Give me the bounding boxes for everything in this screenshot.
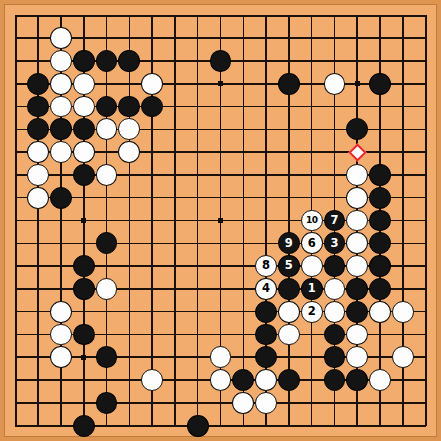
intersection[interactable] — [369, 50, 392, 73]
intersection[interactable]: 7 — [323, 209, 346, 232]
intersection[interactable] — [141, 141, 164, 164]
intersection[interactable] — [118, 391, 141, 414]
intersection[interactable] — [232, 164, 255, 187]
intersection[interactable] — [414, 209, 437, 232]
intersection[interactable]: 8 — [255, 255, 278, 278]
intersection[interactable] — [414, 164, 437, 187]
intersection[interactable] — [95, 95, 118, 118]
intersection[interactable] — [414, 323, 437, 346]
intersection[interactable] — [391, 118, 414, 141]
intersection[interactable] — [255, 4, 278, 27]
intersection[interactable] — [141, 72, 164, 95]
intersection[interactable] — [323, 346, 346, 369]
intersection[interactable] — [72, 277, 95, 300]
intersection[interactable] — [186, 369, 209, 392]
intersection[interactable] — [4, 27, 27, 50]
intersection[interactable] — [186, 232, 209, 255]
intersection[interactable] — [50, 186, 73, 209]
intersection[interactable] — [209, 186, 232, 209]
intersection[interactable] — [277, 95, 300, 118]
intersection[interactable] — [391, 164, 414, 187]
intersection[interactable] — [186, 141, 209, 164]
intersection[interactable] — [346, 209, 369, 232]
intersection[interactable] — [391, 4, 414, 27]
intersection[interactable] — [391, 391, 414, 414]
go-board[interactable]: 10796385412 — [0, 0, 441, 441]
intersection[interactable] — [118, 95, 141, 118]
intersection[interactable] — [118, 277, 141, 300]
intersection[interactable] — [72, 346, 95, 369]
intersection[interactable] — [277, 50, 300, 73]
intersection[interactable] — [118, 118, 141, 141]
intersection[interactable] — [369, 232, 392, 255]
intersection[interactable] — [72, 141, 95, 164]
intersection[interactable] — [27, 346, 50, 369]
intersection[interactable] — [95, 300, 118, 323]
intersection[interactable] — [4, 186, 27, 209]
intersection[interactable] — [255, 369, 278, 392]
intersection[interactable] — [323, 414, 346, 437]
intersection[interactable] — [414, 369, 437, 392]
intersection[interactable] — [300, 72, 323, 95]
intersection[interactable] — [414, 232, 437, 255]
intersection[interactable] — [209, 300, 232, 323]
intersection[interactable] — [232, 118, 255, 141]
intersection[interactable] — [50, 232, 73, 255]
intersection[interactable] — [277, 4, 300, 27]
intersection[interactable] — [277, 141, 300, 164]
intersection[interactable] — [141, 300, 164, 323]
intersection[interactable] — [118, 141, 141, 164]
intersection[interactable] — [50, 27, 73, 50]
intersection[interactable] — [414, 277, 437, 300]
intersection[interactable] — [27, 118, 50, 141]
intersection[interactable] — [209, 4, 232, 27]
intersection[interactable] — [141, 95, 164, 118]
intersection[interactable] — [186, 255, 209, 278]
intersection[interactable] — [50, 50, 73, 73]
intersection[interactable] — [391, 27, 414, 50]
intersection[interactable] — [50, 95, 73, 118]
intersection[interactable] — [300, 346, 323, 369]
intersection[interactable] — [27, 27, 50, 50]
intersection[interactable] — [50, 209, 73, 232]
intersection[interactable] — [391, 232, 414, 255]
intersection[interactable] — [323, 4, 346, 27]
intersection[interactable] — [300, 369, 323, 392]
intersection[interactable] — [50, 255, 73, 278]
intersection[interactable] — [346, 27, 369, 50]
intersection[interactable] — [323, 300, 346, 323]
intersection[interactable] — [346, 414, 369, 437]
intersection[interactable] — [369, 4, 392, 27]
intersection[interactable] — [27, 369, 50, 392]
intersection[interactable] — [141, 50, 164, 73]
intersection[interactable] — [72, 323, 95, 346]
intersection[interactable] — [141, 414, 164, 437]
intersection[interactable] — [72, 255, 95, 278]
intersection[interactable] — [27, 186, 50, 209]
intersection[interactable] — [141, 323, 164, 346]
intersection[interactable] — [50, 141, 73, 164]
intersection[interactable] — [4, 72, 27, 95]
intersection[interactable] — [72, 164, 95, 187]
intersection[interactable] — [323, 186, 346, 209]
intersection[interactable] — [95, 414, 118, 437]
intersection[interactable] — [277, 414, 300, 437]
intersection[interactable] — [118, 186, 141, 209]
intersection[interactable] — [141, 232, 164, 255]
intersection[interactable] — [277, 300, 300, 323]
intersection[interactable] — [4, 323, 27, 346]
intersection[interactable] — [118, 164, 141, 187]
intersection[interactable] — [4, 391, 27, 414]
intersection[interactable] — [186, 118, 209, 141]
intersection[interactable] — [346, 186, 369, 209]
intersection[interactable] — [232, 300, 255, 323]
intersection[interactable] — [323, 50, 346, 73]
intersection[interactable] — [4, 209, 27, 232]
intersection[interactable] — [346, 164, 369, 187]
intersection[interactable] — [232, 209, 255, 232]
intersection[interactable] — [95, 141, 118, 164]
intersection[interactable] — [95, 118, 118, 141]
intersection[interactable] — [27, 300, 50, 323]
intersection[interactable] — [346, 346, 369, 369]
intersection[interactable] — [186, 27, 209, 50]
intersection[interactable] — [4, 369, 27, 392]
intersection[interactable] — [414, 118, 437, 141]
intersection[interactable] — [346, 50, 369, 73]
intersection[interactable] — [118, 27, 141, 50]
intersection[interactable] — [346, 4, 369, 27]
intersection[interactable] — [323, 118, 346, 141]
intersection[interactable] — [4, 255, 27, 278]
intersection[interactable] — [391, 209, 414, 232]
intersection[interactable] — [255, 186, 278, 209]
intersection[interactable] — [255, 141, 278, 164]
intersection[interactable] — [255, 27, 278, 50]
intersection[interactable] — [391, 323, 414, 346]
intersection[interactable] — [118, 369, 141, 392]
intersection[interactable] — [391, 346, 414, 369]
intersection[interactable] — [141, 391, 164, 414]
intersection[interactable] — [369, 391, 392, 414]
intersection[interactable] — [118, 72, 141, 95]
intersection[interactable] — [4, 164, 27, 187]
intersection[interactable] — [300, 255, 323, 278]
intersection[interactable] — [186, 414, 209, 437]
intersection[interactable] — [255, 50, 278, 73]
intersection[interactable] — [164, 300, 187, 323]
intersection[interactable] — [27, 72, 50, 95]
intersection[interactable] — [414, 300, 437, 323]
intersection[interactable] — [391, 50, 414, 73]
intersection[interactable] — [95, 369, 118, 392]
intersection[interactable] — [323, 95, 346, 118]
intersection[interactable] — [369, 255, 392, 278]
intersection[interactable] — [323, 72, 346, 95]
intersection[interactable]: 4 — [255, 277, 278, 300]
intersection[interactable] — [141, 209, 164, 232]
intersection[interactable] — [255, 346, 278, 369]
intersection[interactable] — [164, 50, 187, 73]
intersection[interactable] — [346, 95, 369, 118]
intersection[interactable] — [391, 277, 414, 300]
intersection[interactable] — [95, 277, 118, 300]
intersection[interactable] — [4, 346, 27, 369]
intersection[interactable] — [95, 27, 118, 50]
intersection[interactable] — [391, 414, 414, 437]
intersection[interactable] — [209, 72, 232, 95]
intersection[interactable] — [232, 4, 255, 27]
intersection[interactable] — [4, 232, 27, 255]
intersection[interactable] — [255, 118, 278, 141]
intersection[interactable] — [369, 209, 392, 232]
intersection[interactable] — [27, 255, 50, 278]
intersection[interactable] — [186, 300, 209, 323]
intersection[interactable] — [164, 369, 187, 392]
intersection[interactable] — [95, 346, 118, 369]
intersection[interactable] — [50, 414, 73, 437]
intersection[interactable] — [186, 209, 209, 232]
intersection[interactable] — [27, 95, 50, 118]
intersection[interactable] — [414, 50, 437, 73]
intersection[interactable] — [232, 186, 255, 209]
intersection[interactable] — [277, 209, 300, 232]
intersection[interactable] — [209, 369, 232, 392]
intersection[interactable] — [369, 277, 392, 300]
intersection[interactable] — [277, 391, 300, 414]
intersection[interactable]: 9 — [277, 232, 300, 255]
intersection[interactable] — [141, 346, 164, 369]
intersection[interactable] — [232, 95, 255, 118]
intersection[interactable] — [414, 414, 437, 437]
intersection[interactable] — [186, 72, 209, 95]
intersection[interactable] — [300, 391, 323, 414]
intersection[interactable] — [72, 72, 95, 95]
intersection[interactable] — [141, 277, 164, 300]
intersection[interactable] — [369, 346, 392, 369]
intersection[interactable] — [141, 255, 164, 278]
intersection[interactable] — [391, 141, 414, 164]
intersection[interactable] — [209, 95, 232, 118]
intersection[interactable] — [414, 95, 437, 118]
intersection[interactable] — [209, 141, 232, 164]
intersection[interactable] — [4, 118, 27, 141]
intersection[interactable] — [255, 300, 278, 323]
intersection[interactable] — [72, 300, 95, 323]
intersection[interactable] — [4, 50, 27, 73]
intersection[interactable] — [232, 232, 255, 255]
intersection[interactable] — [95, 255, 118, 278]
intersection[interactable] — [232, 277, 255, 300]
intersection[interactable] — [72, 232, 95, 255]
intersection[interactable] — [391, 369, 414, 392]
intersection[interactable] — [255, 164, 278, 187]
intersection[interactable] — [346, 141, 369, 164]
intersection[interactable] — [369, 141, 392, 164]
intersection[interactable] — [232, 27, 255, 50]
intersection[interactable] — [209, 118, 232, 141]
intersection[interactable] — [164, 95, 187, 118]
intersection[interactable] — [141, 369, 164, 392]
intersection[interactable] — [300, 414, 323, 437]
intersection[interactable] — [118, 323, 141, 346]
intersection[interactable] — [164, 72, 187, 95]
intersection[interactable] — [164, 277, 187, 300]
intersection[interactable] — [141, 164, 164, 187]
intersection[interactable] — [27, 209, 50, 232]
intersection[interactable] — [72, 50, 95, 73]
intersection[interactable] — [118, 255, 141, 278]
intersection[interactable] — [50, 277, 73, 300]
intersection[interactable] — [27, 141, 50, 164]
intersection[interactable] — [369, 369, 392, 392]
intersection[interactable] — [72, 4, 95, 27]
intersection[interactable] — [50, 346, 73, 369]
intersection[interactable] — [346, 232, 369, 255]
intersection[interactable] — [186, 4, 209, 27]
intersection[interactable] — [323, 141, 346, 164]
intersection[interactable] — [391, 300, 414, 323]
intersection[interactable] — [346, 323, 369, 346]
intersection[interactable] — [369, 118, 392, 141]
intersection[interactable] — [255, 414, 278, 437]
intersection[interactable] — [300, 141, 323, 164]
intersection[interactable] — [186, 164, 209, 187]
intersection[interactable] — [277, 186, 300, 209]
intersection[interactable] — [72, 118, 95, 141]
intersection[interactable] — [141, 4, 164, 27]
intersection[interactable] — [277, 118, 300, 141]
intersection[interactable] — [232, 369, 255, 392]
intersection[interactable] — [72, 27, 95, 50]
intersection[interactable] — [50, 72, 73, 95]
intersection[interactable] — [27, 277, 50, 300]
intersection[interactable] — [50, 369, 73, 392]
intersection[interactable] — [369, 72, 392, 95]
intersection[interactable] — [141, 186, 164, 209]
intersection[interactable] — [164, 391, 187, 414]
intersection[interactable]: 1 — [300, 277, 323, 300]
intersection[interactable] — [323, 391, 346, 414]
intersection[interactable] — [209, 346, 232, 369]
go-board-grid[interactable]: 10796385412 — [4, 4, 437, 437]
intersection[interactable] — [323, 277, 346, 300]
intersection[interactable] — [369, 164, 392, 187]
intersection[interactable] — [277, 323, 300, 346]
intersection[interactable] — [277, 27, 300, 50]
intersection[interactable] — [164, 232, 187, 255]
intersection[interactable] — [4, 4, 27, 27]
intersection[interactable] — [141, 27, 164, 50]
intersection[interactable] — [118, 232, 141, 255]
intersection[interactable] — [300, 323, 323, 346]
intersection[interactable] — [277, 164, 300, 187]
intersection[interactable] — [95, 232, 118, 255]
intersection[interactable] — [164, 141, 187, 164]
intersection[interactable] — [414, 391, 437, 414]
intersection[interactable] — [50, 164, 73, 187]
intersection[interactable] — [300, 186, 323, 209]
intersection[interactable] — [232, 346, 255, 369]
intersection[interactable] — [118, 4, 141, 27]
intersection[interactable] — [186, 50, 209, 73]
intersection[interactable] — [414, 4, 437, 27]
intersection[interactable] — [209, 323, 232, 346]
intersection[interactable]: 6 — [300, 232, 323, 255]
intersection[interactable] — [186, 95, 209, 118]
intersection[interactable] — [72, 391, 95, 414]
intersection[interactable] — [209, 277, 232, 300]
intersection[interactable] — [346, 369, 369, 392]
intersection[interactable] — [95, 4, 118, 27]
intersection[interactable] — [369, 95, 392, 118]
intersection[interactable] — [346, 277, 369, 300]
intersection[interactable] — [255, 232, 278, 255]
intersection[interactable] — [255, 391, 278, 414]
intersection[interactable] — [232, 255, 255, 278]
intersection[interactable] — [72, 186, 95, 209]
intersection[interactable] — [4, 141, 27, 164]
intersection[interactable] — [95, 209, 118, 232]
intersection[interactable] — [414, 346, 437, 369]
intersection[interactable] — [164, 209, 187, 232]
intersection[interactable] — [4, 95, 27, 118]
intersection[interactable] — [50, 300, 73, 323]
intersection[interactable] — [369, 27, 392, 50]
intersection[interactable] — [164, 255, 187, 278]
intersection[interactable] — [209, 391, 232, 414]
intersection[interactable] — [300, 164, 323, 187]
intersection[interactable] — [209, 209, 232, 232]
intersection[interactable] — [277, 72, 300, 95]
intersection[interactable] — [232, 323, 255, 346]
intersection[interactable] — [95, 164, 118, 187]
intersection[interactable] — [414, 72, 437, 95]
intersection[interactable] — [27, 4, 50, 27]
intersection[interactable] — [209, 164, 232, 187]
intersection[interactable] — [300, 4, 323, 27]
intersection[interactable] — [72, 209, 95, 232]
intersection[interactable] — [118, 50, 141, 73]
intersection[interactable] — [391, 72, 414, 95]
intersection[interactable] — [72, 369, 95, 392]
intersection[interactable] — [369, 414, 392, 437]
intersection[interactable] — [232, 391, 255, 414]
intersection[interactable] — [118, 346, 141, 369]
intersection[interactable] — [323, 369, 346, 392]
intersection[interactable] — [4, 300, 27, 323]
intersection[interactable] — [414, 186, 437, 209]
intersection[interactable] — [300, 50, 323, 73]
intersection[interactable] — [27, 50, 50, 73]
intersection[interactable]: 2 — [300, 300, 323, 323]
intersection[interactable] — [186, 277, 209, 300]
intersection[interactable] — [323, 27, 346, 50]
intersection[interactable] — [164, 323, 187, 346]
intersection[interactable] — [164, 346, 187, 369]
intersection[interactable]: 10 — [300, 209, 323, 232]
intersection[interactable] — [232, 72, 255, 95]
intersection[interactable] — [27, 164, 50, 187]
intersection[interactable] — [255, 323, 278, 346]
intersection[interactable] — [346, 118, 369, 141]
intersection[interactable] — [164, 414, 187, 437]
intersection[interactable] — [391, 255, 414, 278]
intersection[interactable] — [255, 209, 278, 232]
